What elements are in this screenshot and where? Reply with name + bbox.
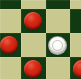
board-square-r3c2 [46,57,71,79]
board-square-r0c0[interactable] [0,0,21,9]
board-square-r3c0 [0,57,21,79]
board-square-r1c2 [46,9,71,33]
board-square-r1c3[interactable] [70,9,81,33]
board-square-r0c3 [70,0,81,9]
board-square-r0c1 [21,0,46,9]
board-square-r2c3 [70,33,81,57]
checkers-board [0,0,81,79]
white-checker-piece[interactable] [48,36,67,55]
red-checker-piece[interactable] [0,36,18,54]
board-square-r2c1 [21,33,46,57]
board-square-r1c0 [0,9,21,33]
board-square-r0c2[interactable] [46,0,71,9]
